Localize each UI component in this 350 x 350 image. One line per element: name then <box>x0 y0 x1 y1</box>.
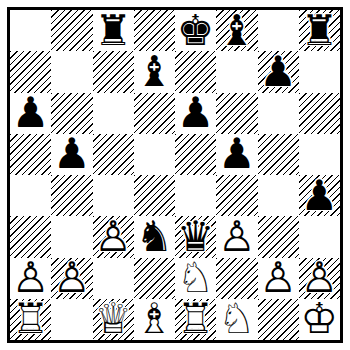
square-e7[interactable] <box>175 51 216 92</box>
piece-white-knight-f1: ♘ <box>216 299 257 340</box>
piece-fill-white-knight-f1: ♞ <box>216 299 257 340</box>
piece-black-rook-h8: ♜ <box>299 10 340 51</box>
square-f3[interactable]: ♟♙ <box>216 216 257 257</box>
piece-fill-white-rook-e1: ♜ <box>175 299 216 340</box>
piece-white-queen-c1: ♕ <box>93 299 134 340</box>
square-b3[interactable] <box>51 216 92 257</box>
square-g7[interactable]: ♟♟ <box>258 51 299 92</box>
square-b7[interactable] <box>51 51 92 92</box>
piece-black-queen-e3: ♛ <box>175 216 216 257</box>
square-d4[interactable] <box>134 175 175 216</box>
piece-fill-black-bishop-f8: ♝ <box>216 10 257 51</box>
square-e2[interactable]: ♞♘ <box>175 258 216 299</box>
piece-fill-black-knight-d3: ♞ <box>134 216 175 257</box>
square-c8[interactable]: ♜♜ <box>93 10 134 51</box>
piece-fill-white-bishop-d1: ♝ <box>134 299 175 340</box>
square-h3[interactable] <box>299 216 340 257</box>
piece-fill-white-pawn-c3: ♟ <box>93 216 134 257</box>
piece-fill-black-pawn-f5: ♟ <box>216 134 257 175</box>
piece-fill-white-pawn-h2: ♟ <box>299 258 340 299</box>
square-b2[interactable]: ♟♙ <box>51 258 92 299</box>
square-d6[interactable] <box>134 93 175 134</box>
square-g6[interactable] <box>258 93 299 134</box>
square-f5[interactable]: ♟♟ <box>216 134 257 175</box>
piece-black-pawn-g7: ♟ <box>258 51 299 92</box>
piece-black-knight-d3: ♞ <box>134 216 175 257</box>
square-c5[interactable] <box>93 134 134 175</box>
square-c1[interactable]: ♛♕ <box>93 299 134 340</box>
square-c7[interactable] <box>93 51 134 92</box>
square-e8[interactable]: ♚♚ <box>175 10 216 51</box>
chess-board: ♜♜♚♚♝♝♜♜♝♝♟♟♟♟♟♟♟♟♟♟♟♟♟♙♞♞♛♛♟♙♟♙♟♙♞♘♟♙♟♙… <box>7 7 343 343</box>
chess-diagram-page: ♜♜♚♚♝♝♜♜♝♝♟♟♟♟♟♟♟♟♟♟♟♟♟♙♞♞♛♛♟♙♟♙♟♙♞♘♟♙♟♙… <box>0 0 350 350</box>
square-a8[interactable] <box>10 10 51 51</box>
square-a2[interactable]: ♟♙ <box>10 258 51 299</box>
square-h5[interactable] <box>299 134 340 175</box>
square-a6[interactable]: ♟♟ <box>10 93 51 134</box>
square-g3[interactable] <box>258 216 299 257</box>
square-g2[interactable]: ♟♙ <box>258 258 299 299</box>
square-g4[interactable] <box>258 175 299 216</box>
piece-fill-white-rook-a1: ♜ <box>10 299 51 340</box>
piece-fill-white-knight-e2: ♞ <box>175 258 216 299</box>
piece-fill-white-pawn-f3: ♟ <box>216 216 257 257</box>
piece-fill-white-queen-c1: ♛ <box>93 299 134 340</box>
piece-white-pawn-h2: ♙ <box>299 258 340 299</box>
piece-black-pawn-h4: ♟ <box>299 175 340 216</box>
piece-fill-white-pawn-g2: ♟ <box>258 258 299 299</box>
square-e1[interactable]: ♜♖ <box>175 299 216 340</box>
square-a3[interactable] <box>10 216 51 257</box>
piece-fill-black-pawn-a6: ♟ <box>10 93 51 134</box>
piece-black-pawn-f5: ♟ <box>216 134 257 175</box>
square-b5[interactable]: ♟♟ <box>51 134 92 175</box>
square-g8[interactable] <box>258 10 299 51</box>
piece-fill-black-king-e8: ♚ <box>175 10 216 51</box>
square-a7[interactable] <box>10 51 51 92</box>
square-a1[interactable]: ♜♖ <box>10 299 51 340</box>
piece-white-pawn-c3: ♙ <box>93 216 134 257</box>
square-h4[interactable]: ♟♟ <box>299 175 340 216</box>
piece-fill-white-pawn-b2: ♟ <box>51 258 92 299</box>
piece-fill-black-rook-h8: ♜ <box>299 10 340 51</box>
square-a4[interactable] <box>10 175 51 216</box>
square-d2[interactable] <box>134 258 175 299</box>
square-h6[interactable] <box>299 93 340 134</box>
piece-black-pawn-e6: ♟ <box>175 93 216 134</box>
square-d1[interactable]: ♝♗ <box>134 299 175 340</box>
square-e5[interactable] <box>175 134 216 175</box>
piece-white-rook-a1: ♖ <box>10 299 51 340</box>
piece-white-king-h1: ♔ <box>299 299 340 340</box>
square-b8[interactable] <box>51 10 92 51</box>
square-f7[interactable] <box>216 51 257 92</box>
square-h7[interactable] <box>299 51 340 92</box>
square-e6[interactable]: ♟♟ <box>175 93 216 134</box>
piece-fill-black-pawn-b5: ♟ <box>51 134 92 175</box>
piece-black-pawn-a6: ♟ <box>10 93 51 134</box>
piece-white-rook-e1: ♖ <box>175 299 216 340</box>
square-g5[interactable] <box>258 134 299 175</box>
square-g1[interactable] <box>258 299 299 340</box>
square-h8[interactable]: ♜♜ <box>299 10 340 51</box>
square-f2[interactable] <box>216 258 257 299</box>
piece-white-pawn-b2: ♙ <box>51 258 92 299</box>
piece-fill-black-pawn-e6: ♟ <box>175 93 216 134</box>
piece-fill-black-pawn-g7: ♟ <box>258 51 299 92</box>
square-h1[interactable]: ♚♔ <box>299 299 340 340</box>
piece-fill-black-bishop-d7: ♝ <box>134 51 175 92</box>
square-b6[interactable] <box>51 93 92 134</box>
piece-fill-black-pawn-h4: ♟ <box>299 175 340 216</box>
piece-white-bishop-d1: ♗ <box>134 299 175 340</box>
square-e4[interactable] <box>175 175 216 216</box>
piece-fill-white-pawn-a2: ♟ <box>10 258 51 299</box>
square-e3[interactable]: ♛♛ <box>175 216 216 257</box>
square-f1[interactable]: ♞♘ <box>216 299 257 340</box>
piece-white-pawn-g2: ♙ <box>258 258 299 299</box>
square-h2[interactable]: ♟♙ <box>299 258 340 299</box>
square-b1[interactable] <box>51 299 92 340</box>
square-c4[interactable] <box>93 175 134 216</box>
piece-fill-black-rook-c8: ♜ <box>93 10 134 51</box>
piece-black-bishop-f8: ♝ <box>216 10 257 51</box>
square-d5[interactable] <box>134 134 175 175</box>
piece-white-knight-e2: ♘ <box>175 258 216 299</box>
square-b4[interactable] <box>51 175 92 216</box>
square-c2[interactable] <box>93 258 134 299</box>
piece-white-pawn-a2: ♙ <box>10 258 51 299</box>
piece-white-pawn-f3: ♙ <box>216 216 257 257</box>
piece-black-king-e8: ♚ <box>175 10 216 51</box>
piece-black-rook-c8: ♜ <box>93 10 134 51</box>
piece-black-pawn-b5: ♟ <box>51 134 92 175</box>
square-f8[interactable]: ♝♝ <box>216 10 257 51</box>
square-c3[interactable]: ♟♙ <box>93 216 134 257</box>
square-d7[interactable]: ♝♝ <box>134 51 175 92</box>
square-a5[interactable] <box>10 134 51 175</box>
piece-black-bishop-d7: ♝ <box>134 51 175 92</box>
square-c6[interactable] <box>93 93 134 134</box>
piece-fill-white-king-h1: ♚ <box>299 299 340 340</box>
piece-fill-black-queen-e3: ♛ <box>175 216 216 257</box>
square-d3[interactable]: ♞♞ <box>134 216 175 257</box>
square-f4[interactable] <box>216 175 257 216</box>
square-f6[interactable] <box>216 93 257 134</box>
square-d8[interactable] <box>134 10 175 51</box>
